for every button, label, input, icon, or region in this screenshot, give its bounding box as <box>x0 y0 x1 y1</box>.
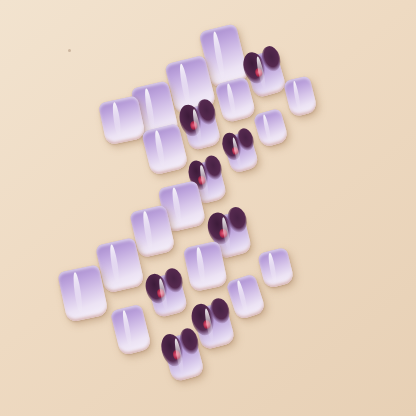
press-on-nail-plain-ombre <box>282 75 317 117</box>
press-on-nail-plain-ombre <box>253 108 289 148</box>
press-on-nail-flower-accent <box>146 271 188 318</box>
press-on-nail-plain-ombre <box>214 76 256 123</box>
gloss-highlight <box>121 310 132 348</box>
gloss-highlight <box>195 247 206 284</box>
press-on-nail-plain-ombre <box>226 273 267 320</box>
press-on-nail-flower-accent <box>180 103 222 152</box>
gloss-highlight <box>225 83 236 116</box>
gloss-highlight <box>144 88 157 133</box>
gloss-highlight <box>141 211 153 250</box>
gloss-highlight <box>71 271 83 313</box>
gloss-highlight <box>267 253 277 283</box>
gloss-highlight <box>178 63 191 106</box>
press-on-nail-plain-ombre <box>141 123 189 176</box>
gloss-highlight <box>212 31 226 79</box>
gloss-highlight <box>154 130 166 167</box>
gloss-highlight <box>109 244 121 285</box>
gloss-highlight <box>171 187 183 224</box>
dust-speck <box>68 49 71 52</box>
press-on-nail-flower-accent <box>161 331 204 382</box>
press-on-nail-plain-ombre <box>110 304 152 356</box>
press-on-nail-plain-ombre <box>257 247 295 289</box>
gloss-highlight <box>262 114 272 142</box>
gloss-highlight <box>292 80 301 111</box>
gloss-highlight <box>236 280 248 313</box>
press-on-nail-flower-accent <box>222 130 260 174</box>
photo-canvas <box>0 0 416 416</box>
gloss-highlight <box>111 101 122 137</box>
